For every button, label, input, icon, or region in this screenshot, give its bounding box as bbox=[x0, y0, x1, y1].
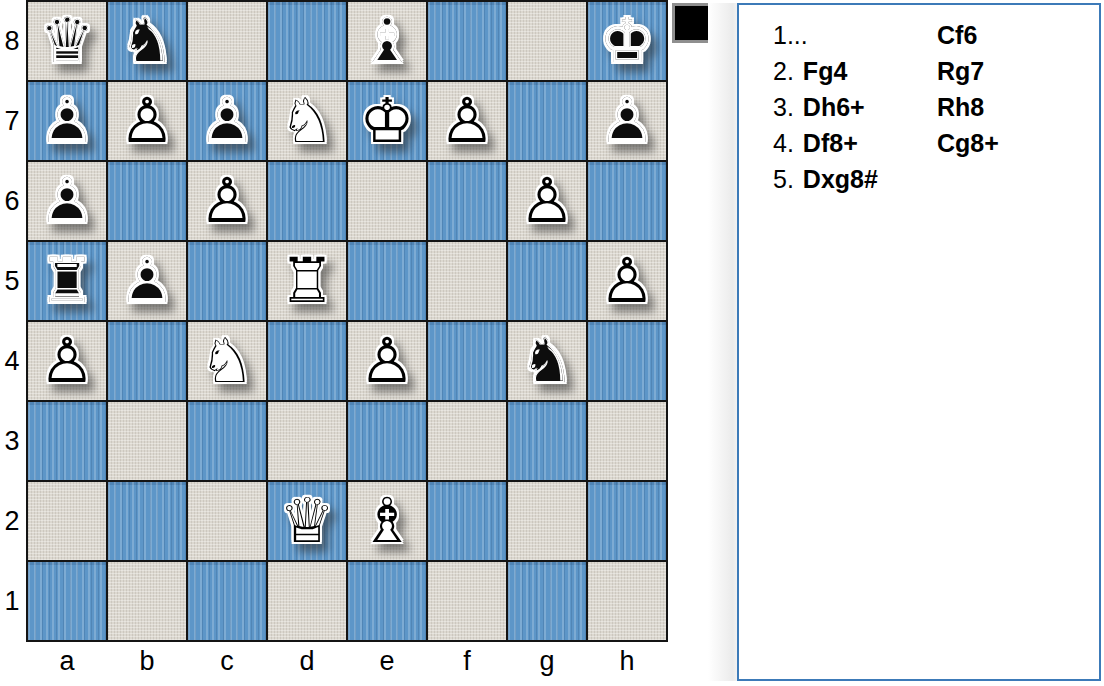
square-c5[interactable] bbox=[188, 242, 266, 320]
piece-black-knight[interactable]: ♞♘ bbox=[112, 6, 182, 76]
piece-white-knight[interactable]: ♞♘ bbox=[192, 326, 262, 396]
move-row: 2.Fg4Rg7 bbox=[773, 53, 1099, 89]
square-e1[interactable] bbox=[348, 562, 426, 640]
square-g5[interactable] bbox=[508, 242, 586, 320]
square-a5[interactable]: ♜♖ bbox=[28, 242, 106, 320]
square-d7[interactable]: ♞♘ bbox=[268, 82, 346, 160]
square-h8[interactable]: ♚♔ bbox=[588, 2, 666, 80]
rank-label-8: 8 bbox=[0, 26, 24, 56]
square-f5[interactable] bbox=[428, 242, 506, 320]
square-g4[interactable]: ♞♘ bbox=[508, 322, 586, 400]
square-h6[interactable] bbox=[588, 162, 666, 240]
white-move[interactable]: Dxg8# bbox=[803, 165, 878, 194]
rank-label-4: 4 bbox=[0, 346, 24, 376]
square-h7[interactable]: ♟♙ bbox=[588, 82, 666, 160]
square-f6[interactable] bbox=[428, 162, 506, 240]
square-d8[interactable] bbox=[268, 2, 346, 80]
square-b8[interactable]: ♞♘ bbox=[108, 2, 186, 80]
square-c2[interactable] bbox=[188, 482, 266, 560]
white-move[interactable]: Dh6+ bbox=[803, 93, 865, 122]
piece-black-knight[interactable]: ♞♘ bbox=[512, 326, 582, 396]
square-f7[interactable]: ♟♙ bbox=[428, 82, 506, 160]
square-a3[interactable] bbox=[28, 402, 106, 480]
white-move[interactable]: Df8+ bbox=[803, 129, 858, 158]
square-c6[interactable]: ♟♙ bbox=[188, 162, 266, 240]
piece-black-pawn[interactable]: ♟♙ bbox=[592, 86, 662, 156]
square-f4[interactable] bbox=[428, 322, 506, 400]
square-b2[interactable] bbox=[108, 482, 186, 560]
piece-black-king[interactable]: ♚♔ bbox=[592, 6, 662, 76]
square-a2[interactable] bbox=[28, 482, 106, 560]
square-d6[interactable] bbox=[268, 162, 346, 240]
file-label-d: d bbox=[267, 645, 347, 677]
app-window: ♛♕♞♘♝♗♚♔♟♙♟♙♟♙♞♘♚♔♟♙♟♙♟♙♟♙♟♙♜♖♟♙♜♖♟♙♟♙♞♘… bbox=[0, 0, 1104, 686]
file-label-b: b bbox=[107, 645, 187, 677]
piece-black-pawn[interactable]: ♟♙ bbox=[192, 86, 262, 156]
file-label-g: g bbox=[507, 645, 587, 677]
square-e3[interactable] bbox=[348, 402, 426, 480]
square-g7[interactable] bbox=[508, 82, 586, 160]
square-g8[interactable] bbox=[508, 2, 586, 80]
square-c1[interactable] bbox=[188, 562, 266, 640]
piece-white-rook[interactable]: ♜♖ bbox=[272, 246, 342, 316]
square-b4[interactable] bbox=[108, 322, 186, 400]
move-number: 3. bbox=[773, 93, 794, 122]
square-c3[interactable] bbox=[188, 402, 266, 480]
square-e5[interactable] bbox=[348, 242, 426, 320]
square-e7[interactable]: ♚♔ bbox=[348, 82, 426, 160]
square-d2[interactable]: ♛♕ bbox=[268, 482, 346, 560]
move-number: 4. bbox=[773, 129, 794, 158]
black-move[interactable]: Cf6 bbox=[937, 21, 977, 50]
square-d4[interactable] bbox=[268, 322, 346, 400]
square-b1[interactable] bbox=[108, 562, 186, 640]
white-move-cell: 2.Fg4 bbox=[773, 57, 937, 86]
square-f3[interactable] bbox=[428, 402, 506, 480]
square-b6[interactable] bbox=[108, 162, 186, 240]
square-e4[interactable]: ♟♙ bbox=[348, 322, 426, 400]
move-row: 1...Cf6 bbox=[773, 17, 1099, 53]
square-b5[interactable]: ♟♙ bbox=[108, 242, 186, 320]
square-h1[interactable] bbox=[588, 562, 666, 640]
piece-white-pawn[interactable]: ♟♙ bbox=[112, 86, 182, 156]
square-d5[interactable]: ♜♖ bbox=[268, 242, 346, 320]
square-f1[interactable] bbox=[428, 562, 506, 640]
piece-black-pawn[interactable]: ♟♙ bbox=[32, 166, 102, 236]
square-e8[interactable]: ♝♗ bbox=[348, 2, 426, 80]
move-row: 5.Dxg8# bbox=[773, 161, 1099, 197]
rank-label-1: 1 bbox=[0, 586, 24, 616]
white-move-cell: 5.Dxg8# bbox=[773, 165, 937, 194]
file-label-f: f bbox=[427, 645, 507, 677]
move-number: 5. bbox=[773, 165, 794, 194]
move-row: 3.Dh6+Rh8 bbox=[773, 89, 1099, 125]
white-move[interactable]: Fg4 bbox=[803, 57, 847, 86]
file-label-h: h bbox=[587, 645, 667, 677]
rank-label-3: 3 bbox=[0, 426, 24, 456]
square-f2[interactable] bbox=[428, 482, 506, 560]
move-row: 4.Df8+Cg8+ bbox=[773, 125, 1099, 161]
square-c4[interactable]: ♞♘ bbox=[188, 322, 266, 400]
piece-white-pawn[interactable]: ♟♙ bbox=[432, 86, 502, 156]
square-e6[interactable] bbox=[348, 162, 426, 240]
piece-white-pawn[interactable]: ♟♙ bbox=[592, 246, 662, 316]
piece-black-rook[interactable]: ♜♖ bbox=[32, 246, 102, 316]
move-number: 1... bbox=[773, 21, 808, 50]
side-to-move-indicator bbox=[672, 3, 712, 43]
square-g1[interactable] bbox=[508, 562, 586, 640]
square-h4[interactable] bbox=[588, 322, 666, 400]
rank-label-7: 7 bbox=[0, 106, 24, 136]
piece-black-bishop[interactable]: ♝♗ bbox=[352, 6, 422, 76]
rank-label-5: 5 bbox=[0, 266, 24, 296]
move-list-panel: 1...Cf62.Fg4Rg73.Dh6+Rh84.Df8+Cg8+5.Dxg8… bbox=[737, 3, 1101, 681]
square-e2[interactable]: ♝♗ bbox=[348, 482, 426, 560]
piece-white-pawn[interactable]: ♟♙ bbox=[32, 326, 102, 396]
piece-white-pawn[interactable]: ♟♙ bbox=[352, 326, 422, 396]
white-move-cell: 3.Dh6+ bbox=[773, 93, 937, 122]
square-h3[interactable] bbox=[588, 402, 666, 480]
square-f8[interactable] bbox=[428, 2, 506, 80]
square-a8[interactable]: ♛♕ bbox=[28, 2, 106, 80]
piece-white-knight[interactable]: ♞♘ bbox=[272, 86, 342, 156]
square-a4[interactable]: ♟♙ bbox=[28, 322, 106, 400]
rank-label-2: 2 bbox=[0, 506, 24, 536]
piece-black-pawn[interactable]: ♟♙ bbox=[32, 86, 102, 156]
square-b7[interactable]: ♟♙ bbox=[108, 82, 186, 160]
square-g6[interactable]: ♟♙ bbox=[508, 162, 586, 240]
file-label-e: e bbox=[347, 645, 427, 677]
piece-white-pawn[interactable]: ♟♙ bbox=[192, 166, 262, 236]
piece-white-bishop[interactable]: ♝♗ bbox=[352, 486, 422, 556]
square-g2[interactable] bbox=[508, 482, 586, 560]
move-number: 2. bbox=[773, 57, 794, 86]
square-b3[interactable] bbox=[108, 402, 186, 480]
piece-black-pawn[interactable]: ♟♙ bbox=[112, 246, 182, 316]
piece-white-pawn[interactable]: ♟♙ bbox=[512, 166, 582, 236]
square-a7[interactable]: ♟♙ bbox=[28, 82, 106, 160]
black-move[interactable]: Cg8+ bbox=[937, 129, 999, 158]
white-move-cell: 4.Df8+ bbox=[773, 129, 937, 158]
piece-white-queen[interactable]: ♛♕ bbox=[272, 486, 342, 556]
piece-white-king[interactable]: ♚♔ bbox=[352, 86, 422, 156]
square-a1[interactable] bbox=[28, 562, 106, 640]
square-d3[interactable] bbox=[268, 402, 346, 480]
chess-board[interactable]: ♛♕♞♘♝♗♚♔♟♙♟♙♟♙♞♘♚♔♟♙♟♙♟♙♟♙♟♙♜♖♟♙♜♖♟♙♟♙♞♘… bbox=[26, 0, 668, 642]
file-label-a: a bbox=[27, 645, 107, 677]
file-label-c: c bbox=[187, 645, 267, 677]
rank-label-6: 6 bbox=[0, 186, 24, 216]
square-a6[interactable]: ♟♙ bbox=[28, 162, 106, 240]
panel-gutter bbox=[708, 3, 737, 681]
white-move-cell: 1... bbox=[773, 21, 937, 50]
black-move[interactable]: Rh8 bbox=[937, 93, 984, 122]
square-c7[interactable]: ♟♙ bbox=[188, 82, 266, 160]
square-h2[interactable] bbox=[588, 482, 666, 560]
square-g3[interactable] bbox=[508, 402, 586, 480]
square-d1[interactable] bbox=[268, 562, 346, 640]
square-h5[interactable]: ♟♙ bbox=[588, 242, 666, 320]
black-move[interactable]: Rg7 bbox=[937, 57, 984, 86]
square-c8[interactable] bbox=[188, 2, 266, 80]
piece-black-queen[interactable]: ♛♕ bbox=[32, 6, 102, 76]
